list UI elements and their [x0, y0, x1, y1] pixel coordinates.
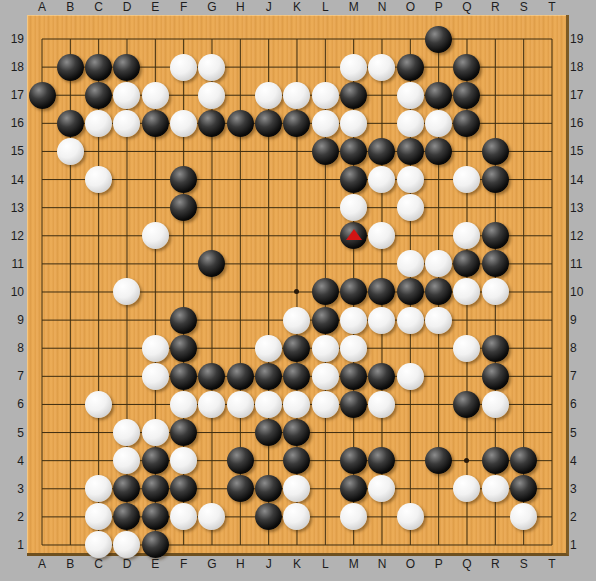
stone-black-R15 [482, 138, 509, 165]
stone-black-E1 [142, 531, 169, 558]
stone-white-J8 [255, 335, 282, 362]
stone-white-O11 [397, 250, 424, 277]
stone-black-E4 [142, 447, 169, 474]
stone-black-O15 [397, 138, 424, 165]
stone-black-E3 [142, 475, 169, 502]
stone-white-O17 [397, 82, 424, 109]
coord-label-top-T: T [542, 0, 562, 15]
coord-label-right-12: 12 [570, 229, 594, 244]
coord-label-top-Q: Q [457, 0, 477, 15]
stone-white-F6 [170, 391, 197, 418]
coord-label-right-7: 7 [570, 369, 594, 384]
coord-label-right-13: 13 [570, 201, 594, 216]
stone-white-L7 [312, 363, 339, 390]
stone-white-L16 [312, 110, 339, 137]
coord-label-top-A: A [32, 0, 52, 15]
stone-black-F5 [170, 419, 197, 446]
coord-label-top-O: O [400, 0, 420, 15]
stone-black-J16 [255, 110, 282, 137]
stone-white-J6 [255, 391, 282, 418]
coord-label-right-11: 11 [570, 257, 594, 272]
stone-black-L15 [312, 138, 339, 165]
stone-white-L6 [312, 391, 339, 418]
coord-label-top-F: F [174, 0, 194, 15]
stone-black-M7 [340, 363, 367, 390]
stone-black-P19 [425, 26, 452, 53]
coord-label-right-18: 18 [570, 60, 594, 75]
go-board[interactable] [27, 15, 569, 556]
stone-white-E5 [142, 419, 169, 446]
stone-white-F18 [170, 54, 197, 81]
coord-label-top-L: L [315, 0, 335, 15]
stone-black-D18 [113, 54, 140, 81]
stone-white-K9 [283, 307, 310, 334]
coord-label-left-5: 5 [2, 426, 24, 441]
stone-white-C6 [85, 391, 112, 418]
coord-label-left-2: 2 [2, 510, 24, 525]
stone-white-C1 [85, 531, 112, 558]
stone-black-R11 [482, 250, 509, 277]
coord-label-top-B: B [60, 0, 80, 15]
stone-white-O9 [397, 307, 424, 334]
stone-white-P9 [425, 307, 452, 334]
stone-white-F16 [170, 110, 197, 137]
coord-label-right-5: 5 [570, 426, 594, 441]
coord-label-bottom-H: H [230, 557, 250, 572]
stone-white-O7 [397, 363, 424, 390]
stone-black-B18 [57, 54, 84, 81]
coord-label-top-G: G [202, 0, 222, 15]
stone-black-Q18 [453, 54, 480, 81]
coord-label-left-3: 3 [2, 482, 24, 497]
stone-white-O2 [397, 503, 424, 530]
coord-label-right-15: 15 [570, 144, 594, 159]
coord-label-top-N: N [372, 0, 392, 15]
stone-white-C14 [85, 166, 112, 193]
coord-label-left-7: 7 [2, 369, 24, 384]
stone-white-O16 [397, 110, 424, 137]
coord-label-right-16: 16 [570, 116, 594, 131]
coord-label-left-13: 13 [2, 201, 24, 216]
coord-label-bottom-N: N [372, 557, 392, 572]
coord-label-bottom-A: A [32, 557, 52, 572]
stone-black-M15 [340, 138, 367, 165]
stone-white-R6 [482, 391, 509, 418]
stone-black-R8 [482, 335, 509, 362]
stone-white-E17 [142, 82, 169, 109]
coord-label-top-R: R [485, 0, 505, 15]
stone-black-F14 [170, 166, 197, 193]
stone-black-M14 [340, 166, 367, 193]
stone-black-H3 [227, 475, 254, 502]
coord-label-right-10: 10 [570, 285, 594, 300]
stone-black-R12 [482, 222, 509, 249]
stone-black-F7 [170, 363, 197, 390]
stone-black-E16 [142, 110, 169, 137]
stone-white-N9 [368, 307, 395, 334]
stone-black-H7 [227, 363, 254, 390]
coord-label-left-10: 10 [2, 285, 24, 300]
coord-label-bottom-L: L [315, 557, 335, 572]
stone-black-C17 [85, 82, 112, 109]
coord-label-right-6: 6 [570, 397, 594, 412]
coord-label-right-14: 14 [570, 173, 594, 188]
stone-black-F8 [170, 335, 197, 362]
coord-label-bottom-G: G [202, 557, 222, 572]
stone-white-E12 [142, 222, 169, 249]
coord-label-right-8: 8 [570, 341, 594, 356]
stone-white-L17 [312, 82, 339, 109]
stone-black-A17 [29, 82, 56, 109]
stone-black-J5 [255, 419, 282, 446]
coord-label-bottom-K: K [287, 557, 307, 572]
coord-label-left-12: 12 [2, 229, 24, 244]
stone-white-N18 [368, 54, 395, 81]
stone-black-R14 [482, 166, 509, 193]
coord-label-top-E: E [145, 0, 165, 15]
stone-black-L9 [312, 307, 339, 334]
coord-label-bottom-D: D [117, 557, 137, 572]
stone-black-M17 [340, 82, 367, 109]
coord-label-bottom-J: J [259, 557, 279, 572]
coord-label-left-11: 11 [2, 257, 24, 272]
coord-label-bottom-S: S [514, 557, 534, 572]
coord-label-right-2: 2 [570, 510, 594, 525]
stone-black-H16 [227, 110, 254, 137]
coord-label-left-9: 9 [2, 313, 24, 328]
stone-black-R4 [482, 447, 509, 474]
stone-white-O13 [397, 194, 424, 221]
coord-label-bottom-M: M [344, 557, 364, 572]
stone-black-C18 [85, 54, 112, 81]
stone-white-B15 [57, 138, 84, 165]
coord-label-bottom-O: O [400, 557, 420, 572]
coord-label-bottom-P: P [429, 557, 449, 572]
coord-label-left-16: 16 [2, 116, 24, 131]
stone-white-C16 [85, 110, 112, 137]
coord-label-left-17: 17 [2, 88, 24, 103]
coord-label-bottom-Q: Q [457, 557, 477, 572]
coord-label-top-K: K [287, 0, 307, 15]
coord-label-right-19: 19 [570, 32, 594, 47]
stone-black-B16 [57, 110, 84, 137]
coord-label-right-9: 9 [570, 313, 594, 328]
coord-label-right-1: 1 [570, 538, 594, 553]
stone-white-G18 [198, 54, 225, 81]
stone-black-J7 [255, 363, 282, 390]
stone-black-H4 [227, 447, 254, 474]
coord-label-bottom-R: R [485, 557, 505, 572]
coord-label-top-H: H [230, 0, 250, 15]
coord-label-left-1: 1 [2, 538, 24, 553]
stone-black-E2 [142, 503, 169, 530]
coord-label-top-J: J [259, 0, 279, 15]
coord-label-left-18: 18 [2, 60, 24, 75]
coord-label-top-D: D [117, 0, 137, 15]
stone-white-J17 [255, 82, 282, 109]
stone-white-R3 [482, 475, 509, 502]
stone-black-P15 [425, 138, 452, 165]
stone-white-M9 [340, 307, 367, 334]
coord-label-left-19: 19 [2, 32, 24, 47]
stone-white-L8 [312, 335, 339, 362]
stone-white-M18 [340, 54, 367, 81]
coord-label-right-3: 3 [570, 482, 594, 497]
stone-white-E7 [142, 363, 169, 390]
stone-black-R7 [482, 363, 509, 390]
stone-white-P16 [425, 110, 452, 137]
coord-label-left-4: 4 [2, 454, 24, 469]
coord-label-top-S: S [514, 0, 534, 15]
coord-label-bottom-B: B [60, 557, 80, 572]
stone-white-D1 [113, 531, 140, 558]
stone-white-H6 [227, 391, 254, 418]
stone-white-M16 [340, 110, 367, 137]
stone-white-O14 [397, 166, 424, 193]
coord-label-top-M: M [344, 0, 364, 15]
stone-black-P17 [425, 82, 452, 109]
coord-label-bottom-C: C [89, 557, 109, 572]
coord-label-bottom-T: T [542, 557, 562, 572]
last-move-triangle-marker [346, 229, 362, 240]
stone-black-F9 [170, 307, 197, 334]
stone-black-O18 [397, 54, 424, 81]
coord-label-right-17: 17 [570, 88, 594, 103]
stone-white-M8 [340, 335, 367, 362]
go-app-window: AABBCCDDEEFFGGHHJJKKLLMMNNOOPPQQRRSSTT19… [0, 0, 596, 581]
coord-label-top-C: C [89, 0, 109, 15]
coord-label-bottom-E: E [145, 557, 165, 572]
coord-label-left-14: 14 [2, 173, 24, 188]
stone-white-E8 [142, 335, 169, 362]
stone-black-M6 [340, 391, 367, 418]
coord-label-bottom-F: F [174, 557, 194, 572]
coord-label-top-P: P [429, 0, 449, 15]
coord-label-right-4: 4 [570, 454, 594, 469]
coord-label-left-6: 6 [2, 397, 24, 412]
coord-label-left-15: 15 [2, 144, 24, 159]
coord-label-left-8: 8 [2, 341, 24, 356]
